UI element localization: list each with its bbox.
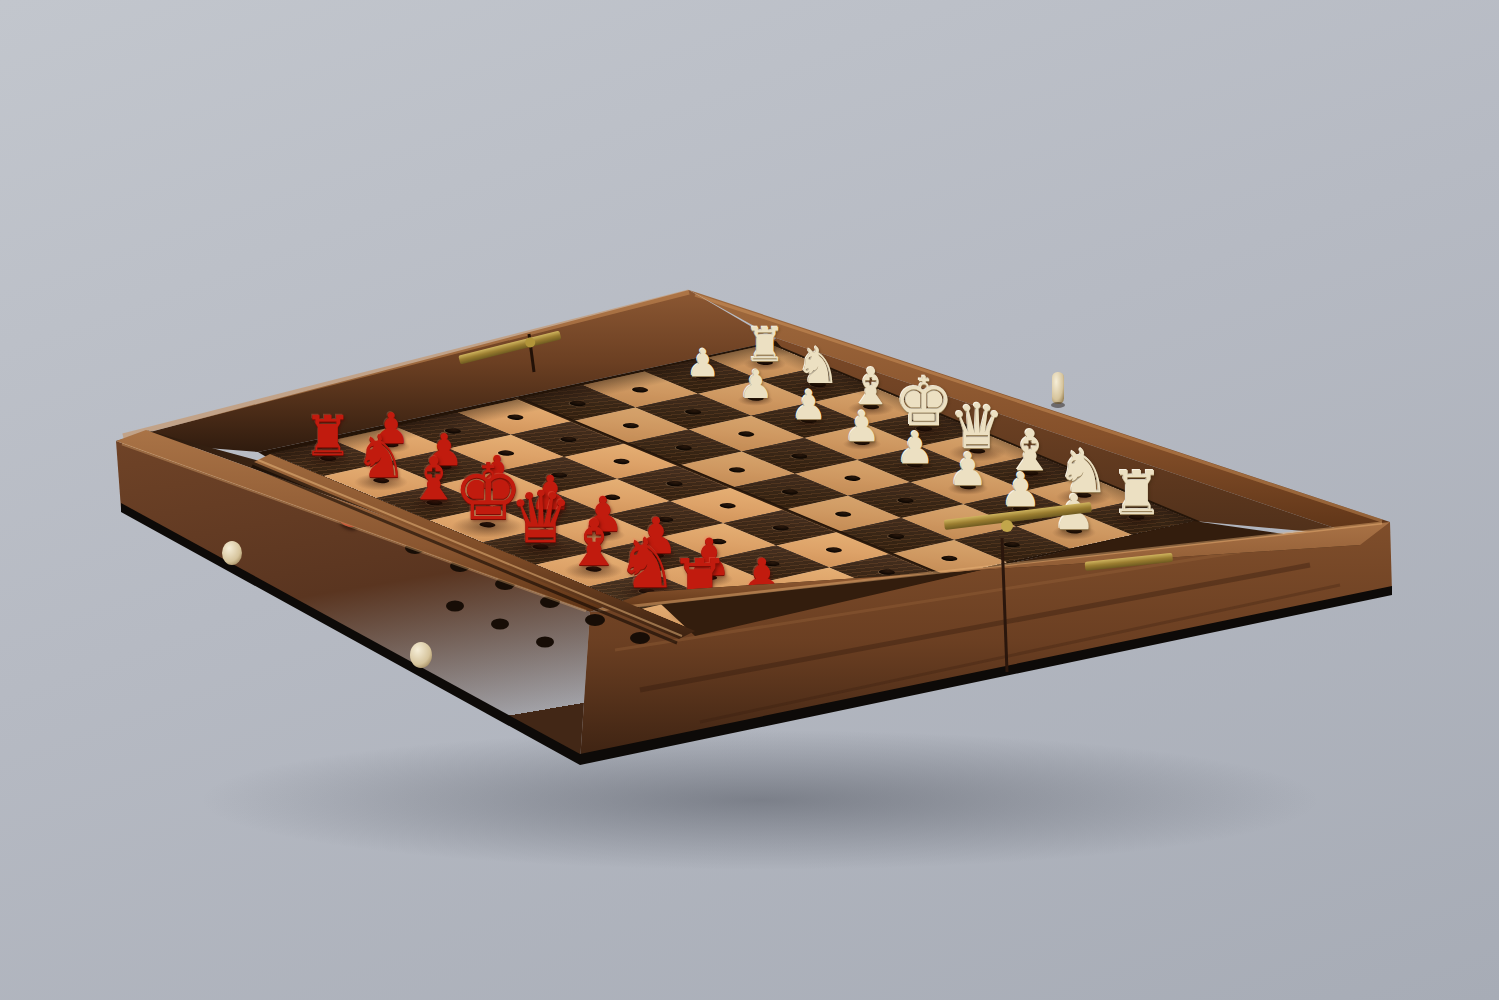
piece-glyph: ♟ <box>948 447 989 492</box>
piece-glyph: ♜ <box>669 551 730 619</box>
piece-ivory-p-d7[interactable]: ♟ <box>843 406 881 448</box>
piece-glyph: ♟ <box>1053 488 1096 536</box>
piece-glyph: ♟ <box>738 364 773 403</box>
piece-glyph: ♜ <box>304 409 353 464</box>
peg-hole <box>823 546 846 553</box>
peg-hole <box>770 524 793 531</box>
bone-peg-near-face <box>410 642 432 668</box>
photo-scene: ♜♞♝♚♛♝♞♜♟♟♟♟♟♟♟♟♜♞♝♚♛♝♞♜♟♟♟♟♟♟♟♟ <box>0 0 1499 1000</box>
bone-peg-left-face <box>222 541 242 565</box>
piece-ivory-r-h8[interactable]: ♜ <box>1110 463 1164 523</box>
piece-glyph: ♜ <box>1110 463 1164 523</box>
piece-glyph: ♟ <box>843 406 881 448</box>
piece-glyph: ♝ <box>565 510 623 575</box>
peg-hole <box>610 458 633 465</box>
box-drop-shadow <box>200 730 1320 870</box>
piece-red-n-b1[interactable]: ♞ <box>355 427 408 486</box>
piece-glyph: ♟ <box>739 552 786 605</box>
piece-ivory-p-b7[interactable]: ♟ <box>738 364 773 403</box>
piece-red-b-f1[interactable]: ♝ <box>565 510 623 575</box>
piece-ivory-p-e7[interactable]: ♟ <box>895 426 934 470</box>
piece-ivory-p-g7[interactable]: ♟ <box>1000 468 1042 515</box>
peg-hole <box>876 568 899 575</box>
piece-red-r-a1[interactable]: ♜ <box>304 409 353 464</box>
piece-ivory-p-a7[interactable]: ♟ <box>686 344 720 382</box>
piece-ivory-p-f7[interactable]: ♟ <box>948 447 989 492</box>
piece-glyph: ♟ <box>895 426 934 470</box>
piece-glyph: ♛ <box>508 481 572 553</box>
piece-red-r-h1[interactable]: ♜ <box>669 551 730 619</box>
piece-glyph: ♟ <box>791 385 827 426</box>
piece-glyph: ♟ <box>1000 468 1042 515</box>
peg-hole <box>504 413 527 420</box>
piece-glyph: ♟ <box>686 344 720 382</box>
peg-hole <box>813 582 836 589</box>
piece-red-p-h2[interactable]: ♟ <box>739 552 786 605</box>
peg-hole <box>716 502 739 509</box>
piece-glyph: ♞ <box>355 427 408 486</box>
piece-red-q-e1[interactable]: ♛ <box>508 481 572 553</box>
piece-ivory-p-c7[interactable]: ♟ <box>791 385 827 426</box>
peg-hole <box>557 436 580 443</box>
piece-ivory-p-h7[interactable]: ♟ <box>1053 488 1096 536</box>
peg-hole <box>663 480 686 487</box>
